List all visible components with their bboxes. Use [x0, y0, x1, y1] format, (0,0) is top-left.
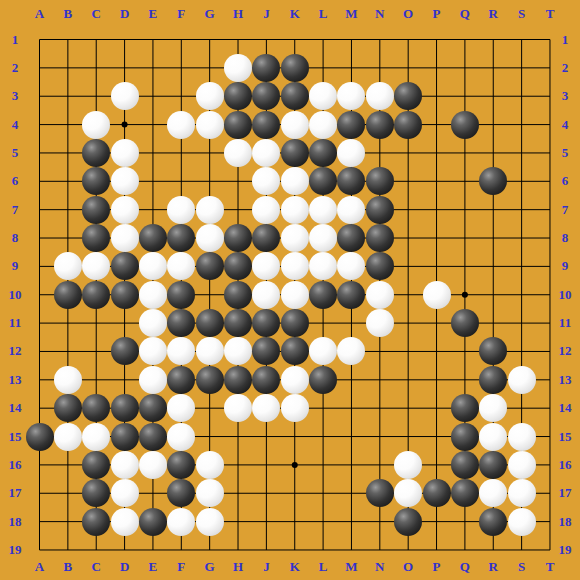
column-label-bottom: G — [198, 560, 222, 573]
stone-white: ○ — [508, 508, 536, 536]
stone-black: ● — [224, 366, 252, 394]
stone-white: ○ — [281, 366, 309, 394]
stone-white: ○ — [196, 451, 224, 479]
stone-black: ● — [224, 111, 252, 139]
stone-black: ● — [479, 508, 507, 536]
row-label-right: 14 — [550, 401, 580, 414]
stone-black: ● — [82, 508, 110, 536]
stone-black: ● — [111, 423, 139, 451]
stone-black: ● — [366, 224, 394, 252]
stone-black: ● — [479, 451, 507, 479]
row-label-right: 5 — [550, 146, 580, 159]
star-point — [292, 462, 298, 468]
stone-black: ● — [309, 281, 337, 309]
stone-black: ● — [451, 479, 479, 507]
stone-black: ● — [479, 366, 507, 394]
stone-black: ● — [139, 224, 167, 252]
stone-black: ● — [224, 309, 252, 337]
row-label-left: 1 — [0, 33, 30, 46]
stone-white: ○ — [224, 139, 252, 167]
column-label-bottom: Q — [453, 560, 477, 573]
go-board[interactable]: ABCDEFGHJKLMNOPQRST ABCDEFGHJKLMNOPQRST … — [0, 0, 580, 580]
row-label-left: 16 — [0, 458, 30, 471]
stone-black: ● — [394, 111, 422, 139]
stone-black: ● — [82, 196, 110, 224]
stone-black: ● — [366, 479, 394, 507]
row-label-right: 10 — [550, 288, 580, 301]
row-label-right: 6 — [550, 174, 580, 187]
stone-white: ○ — [111, 196, 139, 224]
stone-white: ○ — [196, 224, 224, 252]
stone-black: ● — [337, 111, 365, 139]
stone-white: ○ — [111, 508, 139, 536]
stone-black: ● — [451, 423, 479, 451]
row-label-left: 17 — [0, 486, 30, 499]
column-label-top: A — [28, 7, 52, 20]
stone-black: ● — [139, 508, 167, 536]
stone-white: ○ — [139, 451, 167, 479]
stone-black: ● — [451, 394, 479, 422]
stone-black: ● — [281, 139, 309, 167]
column-label-bottom: J — [254, 560, 278, 573]
column-label-bottom: C — [84, 560, 108, 573]
row-label-right: 3 — [550, 89, 580, 102]
row-label-left: 12 — [0, 344, 30, 357]
stone-white: ○ — [309, 196, 337, 224]
column-label-top: G — [198, 7, 222, 20]
stone-black: ● — [281, 309, 309, 337]
stone-white: ○ — [309, 224, 337, 252]
column-label-top: N — [368, 7, 392, 20]
stone-black: ● — [111, 394, 139, 422]
stone-white: ○ — [196, 479, 224, 507]
stone-black: ● — [82, 451, 110, 479]
stone-white: ○ — [281, 224, 309, 252]
stone-white: ○ — [196, 196, 224, 224]
stone-black: ● — [167, 366, 195, 394]
stone-white: ○ — [196, 82, 224, 110]
stone-black: ● — [451, 451, 479, 479]
stone-white: ○ — [167, 111, 195, 139]
column-label-top: H — [226, 7, 250, 20]
stone-white: ○ — [224, 54, 252, 82]
stone-black: ● — [281, 54, 309, 82]
stone-black: ● — [451, 309, 479, 337]
stone-white: ○ — [366, 309, 394, 337]
column-label-bottom: A — [28, 560, 52, 573]
stone-white: ○ — [508, 423, 536, 451]
column-label-top: O — [396, 7, 420, 20]
row-label-right: 15 — [550, 430, 580, 443]
row-label-left: 7 — [0, 203, 30, 216]
stone-black: ● — [252, 366, 280, 394]
star-point — [462, 292, 468, 298]
stone-white: ○ — [111, 139, 139, 167]
column-label-bottom: K — [283, 560, 307, 573]
column-label-top: S — [510, 7, 534, 20]
row-label-left: 2 — [0, 61, 30, 74]
stone-black: ● — [337, 281, 365, 309]
stone-black: ● — [366, 167, 394, 195]
row-label-left: 9 — [0, 259, 30, 272]
stone-white: ○ — [196, 111, 224, 139]
column-label-bottom: M — [339, 560, 363, 573]
stone-white: ○ — [252, 196, 280, 224]
stone-white: ○ — [337, 196, 365, 224]
column-label-top: K — [283, 7, 307, 20]
stone-black: ● — [451, 111, 479, 139]
stone-white: ○ — [54, 366, 82, 394]
stone-white: ○ — [111, 479, 139, 507]
row-label-right: 17 — [550, 486, 580, 499]
stone-black: ● — [111, 281, 139, 309]
stone-white: ○ — [366, 281, 394, 309]
column-label-bottom: R — [481, 560, 505, 573]
stone-white: ○ — [111, 451, 139, 479]
stone-black: ● — [281, 82, 309, 110]
column-label-bottom: L — [311, 560, 335, 573]
row-label-left: 18 — [0, 515, 30, 528]
stone-black: ● — [423, 479, 451, 507]
stone-white: ○ — [82, 111, 110, 139]
column-label-bottom: N — [368, 560, 392, 573]
column-label-bottom: E — [141, 560, 165, 573]
stone-black: ● — [366, 196, 394, 224]
row-label-right: 4 — [550, 118, 580, 131]
column-label-top: B — [56, 7, 80, 20]
column-label-top: D — [113, 7, 137, 20]
stone-white: ○ — [139, 281, 167, 309]
stone-black: ● — [224, 281, 252, 309]
stone-black: ● — [196, 309, 224, 337]
star-point — [122, 122, 128, 128]
stone-black: ● — [139, 423, 167, 451]
stone-black: ● — [139, 394, 167, 422]
stone-white: ○ — [252, 281, 280, 309]
row-label-right: 11 — [550, 316, 580, 329]
stone-white: ○ — [281, 196, 309, 224]
stone-white: ○ — [54, 423, 82, 451]
row-label-left: 11 — [0, 316, 30, 329]
stone-white: ○ — [167, 508, 195, 536]
row-label-left: 8 — [0, 231, 30, 244]
stone-white: ○ — [366, 82, 394, 110]
row-label-right: 9 — [550, 259, 580, 272]
stone-white: ○ — [167, 423, 195, 451]
row-label-left: 19 — [0, 543, 30, 556]
row-label-left: 14 — [0, 401, 30, 414]
column-label-top: T — [538, 7, 562, 20]
row-label-left: 5 — [0, 146, 30, 159]
stone-black: ● — [111, 252, 139, 280]
row-label-right: 8 — [550, 231, 580, 244]
stone-black: ● — [54, 281, 82, 309]
stone-white: ○ — [111, 224, 139, 252]
column-label-bottom: T — [538, 560, 562, 573]
column-label-bottom: P — [425, 560, 449, 573]
stone-black: ● — [281, 337, 309, 365]
stone-white: ○ — [508, 366, 536, 394]
stone-black: ● — [309, 366, 337, 394]
column-label-top: E — [141, 7, 165, 20]
stone-black: ● — [82, 139, 110, 167]
row-label-right: 18 — [550, 515, 580, 528]
row-label-right: 1 — [550, 33, 580, 46]
row-label-right: 2 — [550, 61, 580, 74]
stone-white: ○ — [423, 281, 451, 309]
stone-white: ○ — [139, 366, 167, 394]
stone-white: ○ — [281, 281, 309, 309]
row-label-right: 13 — [550, 373, 580, 386]
stone-white: ○ — [508, 479, 536, 507]
column-label-top: F — [169, 7, 193, 20]
stone-black: ● — [82, 281, 110, 309]
stone-white: ○ — [479, 423, 507, 451]
stone-white: ○ — [82, 423, 110, 451]
row-label-right: 7 — [550, 203, 580, 216]
column-label-top: Q — [453, 7, 477, 20]
column-label-top: M — [339, 7, 363, 20]
stone-black: ● — [54, 394, 82, 422]
stone-black: ● — [366, 252, 394, 280]
column-label-top: L — [311, 7, 335, 20]
row-label-left: 4 — [0, 118, 30, 131]
stone-white: ○ — [167, 196, 195, 224]
row-label-left: 13 — [0, 373, 30, 386]
column-label-bottom: S — [510, 560, 534, 573]
stone-black: ● — [167, 451, 195, 479]
stone-black: ● — [167, 281, 195, 309]
row-label-right: 19 — [550, 543, 580, 556]
stone-black: ● — [309, 139, 337, 167]
column-label-top: P — [425, 7, 449, 20]
stone-black: ● — [366, 111, 394, 139]
stone-white: ○ — [196, 337, 224, 365]
stone-black: ● — [196, 252, 224, 280]
row-label-left: 10 — [0, 288, 30, 301]
stone-white: ○ — [139, 309, 167, 337]
stone-white: ○ — [281, 111, 309, 139]
stone-white: ○ — [111, 167, 139, 195]
stone-white: ○ — [508, 451, 536, 479]
column-label-bottom: F — [169, 560, 193, 573]
row-label-right: 16 — [550, 458, 580, 471]
stone-white: ○ — [309, 111, 337, 139]
stone-black: ● — [394, 508, 422, 536]
stone-white: ○ — [281, 167, 309, 195]
column-label-top: C — [84, 7, 108, 20]
column-label-bottom: O — [396, 560, 420, 573]
column-label-bottom: D — [113, 560, 137, 573]
column-label-top: J — [254, 7, 278, 20]
stone-white: ○ — [281, 394, 309, 422]
stone-white: ○ — [196, 508, 224, 536]
row-label-left: 6 — [0, 174, 30, 187]
stone-black: ● — [224, 224, 252, 252]
stone-black: ● — [111, 337, 139, 365]
stone-black: ● — [252, 111, 280, 139]
column-label-top: R — [481, 7, 505, 20]
stone-white: ○ — [224, 394, 252, 422]
column-label-bottom: H — [226, 560, 250, 573]
column-label-bottom: B — [56, 560, 80, 573]
stone-white: ○ — [281, 252, 309, 280]
row-label-right: 12 — [550, 344, 580, 357]
stone-black: ● — [26, 423, 54, 451]
row-label-left: 3 — [0, 89, 30, 102]
stone-black: ● — [196, 366, 224, 394]
stone-white: ○ — [111, 82, 139, 110]
stone-white: ○ — [394, 451, 422, 479]
